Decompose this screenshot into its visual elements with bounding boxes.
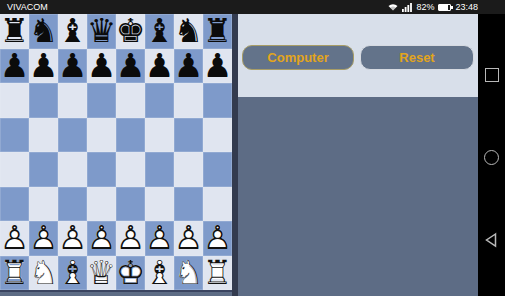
white-pawn: ♟♙ [58, 221, 87, 256]
black-pawn: ♟ [0, 49, 29, 84]
battery-tip [451, 6, 453, 9]
white-pawn: ♟♙ [87, 221, 116, 256]
square-d8[interactable]: ♛ [87, 14, 116, 49]
white-pawn: ♟♙ [29, 221, 58, 256]
black-knight: ♞ [174, 14, 204, 49]
square-e3[interactable] [116, 187, 145, 222]
square-a7[interactable]: ♟ [0, 49, 29, 84]
white-pawn: ♟♙ [174, 221, 203, 256]
piece-outline: ♗ [145, 256, 174, 291]
square-g7[interactable]: ♟ [174, 49, 203, 84]
square-c8[interactable]: ♝ [58, 14, 87, 49]
piece-outline: ♖ [0, 256, 29, 291]
white-rook: ♜♖ [203, 256, 232, 291]
piece-outline: ♘ [29, 256, 58, 291]
black-pawn: ♟ [87, 49, 117, 84]
square-h3[interactable] [203, 187, 232, 222]
square-e6[interactable] [116, 83, 145, 118]
square-g1[interactable]: ♞♘ [174, 256, 203, 291]
square-b3[interactable] [29, 187, 58, 222]
piece-outline: ♙ [0, 221, 29, 256]
white-bishop: ♝♗ [145, 256, 174, 291]
black-knight: ♞ [29, 14, 59, 49]
square-f1[interactable]: ♝♗ [145, 256, 174, 291]
white-pawn: ♟♙ [116, 221, 145, 256]
white-pawn: ♟♙ [203, 221, 232, 256]
back-triangle-icon[interactable] [484, 232, 498, 252]
square-b6[interactable] [29, 83, 58, 118]
square-d5[interactable] [87, 118, 116, 153]
square-g6[interactable] [174, 83, 203, 118]
piece-outline: ♗ [58, 256, 87, 291]
square-b4[interactable] [29, 152, 58, 187]
piece-outline: ♖ [203, 256, 232, 291]
square-h1[interactable]: ♜♖ [203, 256, 232, 291]
square-f3[interactable] [145, 187, 174, 222]
piece-outline: ♔ [116, 256, 145, 291]
control-panel: Computer Reset [238, 14, 478, 97]
square-a5[interactable] [0, 118, 29, 153]
square-f2[interactable]: ♟♙ [145, 221, 174, 256]
piece-outline: ♙ [174, 221, 203, 256]
black-queen: ♛ [87, 14, 117, 49]
square-c3[interactable] [58, 187, 87, 222]
black-bishop: ♝ [145, 14, 175, 49]
square-d2[interactable]: ♟♙ [87, 221, 116, 256]
square-a1[interactable]: ♜♖ [0, 256, 29, 291]
square-h4[interactable] [203, 152, 232, 187]
recents-square-icon[interactable] [485, 68, 499, 82]
square-b8[interactable]: ♞ [29, 14, 58, 49]
black-rook: ♜ [203, 14, 233, 49]
home-circle-icon[interactable] [484, 150, 499, 165]
clock-label: 23:48 [455, 0, 478, 14]
black-rook: ♜ [0, 14, 29, 49]
square-h7[interactable]: ♟ [203, 49, 232, 84]
square-c4[interactable] [58, 152, 87, 187]
square-g3[interactable] [174, 187, 203, 222]
square-f8[interactable]: ♝ [145, 14, 174, 49]
square-d1[interactable]: ♛♕ [87, 256, 116, 291]
black-pawn: ♟ [58, 49, 88, 84]
piece-outline: ♙ [116, 221, 145, 256]
piece-outline: ♙ [87, 221, 116, 256]
square-b1[interactable]: ♞♘ [29, 256, 58, 291]
white-pawn: ♟♙ [0, 221, 29, 256]
white-pawn: ♟♙ [145, 221, 174, 256]
square-c6[interactable] [58, 83, 87, 118]
square-a3[interactable] [0, 187, 29, 222]
white-bishop: ♝♗ [58, 256, 87, 291]
square-g4[interactable] [174, 152, 203, 187]
square-c5[interactable] [58, 118, 87, 153]
square-e1[interactable]: ♚♔ [116, 256, 145, 291]
square-g5[interactable] [174, 118, 203, 153]
square-f6[interactable] [145, 83, 174, 118]
square-f7[interactable]: ♟ [145, 49, 174, 84]
square-b5[interactable] [29, 118, 58, 153]
status-bar-right: 82% 23:48 [388, 0, 478, 14]
square-e5[interactable] [116, 118, 145, 153]
white-knight: ♞♘ [29, 256, 58, 291]
square-c1[interactable]: ♝♗ [58, 256, 87, 291]
wifi-icon [388, 3, 398, 11]
square-f5[interactable] [145, 118, 174, 153]
black-pawn: ♟ [29, 49, 59, 84]
square-d4[interactable] [87, 152, 116, 187]
square-g8[interactable]: ♞ [174, 14, 203, 49]
piece-outline: ♙ [29, 221, 58, 256]
square-a2[interactable]: ♟♙ [0, 221, 29, 256]
app-screen: VIVACOM 82% 23:48 [0, 0, 505, 296]
black-pawn: ♟ [145, 49, 175, 84]
square-g2[interactable]: ♟♙ [174, 221, 203, 256]
battery-fill [439, 5, 448, 10]
reset-button[interactable]: Reset [360, 45, 474, 70]
square-a4[interactable] [0, 152, 29, 187]
computer-button[interactable]: Computer [242, 45, 354, 70]
square-h6[interactable] [203, 83, 232, 118]
square-h5[interactable] [203, 118, 232, 153]
black-bishop: ♝ [58, 14, 88, 49]
square-e8[interactable]: ♚ [116, 14, 145, 49]
square-a6[interactable] [0, 83, 29, 118]
signal-bars-icon [402, 3, 412, 12]
square-e4[interactable] [116, 152, 145, 187]
white-rook: ♜♖ [0, 256, 29, 291]
white-king: ♚♔ [116, 256, 145, 291]
square-a8[interactable]: ♜ [0, 14, 29, 49]
piece-outline: ♙ [145, 221, 174, 256]
board-bottom-edge [0, 290, 232, 292]
white-knight: ♞♘ [174, 256, 203, 291]
square-d7[interactable]: ♟ [87, 49, 116, 84]
square-b7[interactable]: ♟ [29, 49, 58, 84]
white-queen: ♛♕ [87, 256, 116, 291]
black-pawn: ♟ [174, 49, 204, 84]
square-b2[interactable]: ♟♙ [29, 221, 58, 256]
piece-outline: ♙ [203, 221, 232, 256]
square-f4[interactable] [145, 152, 174, 187]
black-king: ♚ [116, 14, 146, 49]
square-e2[interactable]: ♟♙ [116, 221, 145, 256]
square-e7[interactable]: ♟ [116, 49, 145, 84]
square-d3[interactable] [87, 187, 116, 222]
black-pawn: ♟ [203, 49, 233, 84]
square-h2[interactable]: ♟♙ [203, 221, 232, 256]
square-c7[interactable]: ♟ [58, 49, 87, 84]
square-h8[interactable]: ♜ [203, 14, 232, 49]
android-nav-bar [478, 14, 505, 296]
battery-percent-label: 82% [416, 0, 434, 14]
battery-icon [438, 4, 451, 11]
piece-outline: ♕ [87, 256, 116, 291]
piece-outline: ♘ [174, 256, 203, 291]
square-d6[interactable] [87, 83, 116, 118]
piece-outline: ♙ [58, 221, 87, 256]
black-pawn: ♟ [116, 49, 146, 84]
chess-board[interactable]: ♜♞♝♛♚♝♞♜♟♟♟♟♟♟♟♟♟♙♟♙♟♙♟♙♟♙♟♙♟♙♟♙♜♖♞♘♝♗♛♕… [0, 14, 232, 290]
square-c2[interactable]: ♟♙ [58, 221, 87, 256]
